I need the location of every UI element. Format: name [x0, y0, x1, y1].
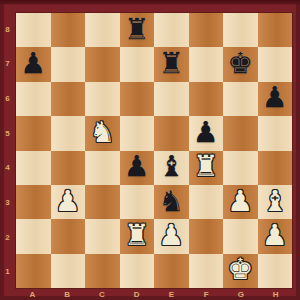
rank-label-7: 7 — [0, 47, 15, 82]
file-label-c: C — [85, 289, 120, 300]
square-a2[interactable] — [16, 219, 51, 253]
square-c5[interactable]: ♞ — [85, 116, 120, 150]
square-g8[interactable] — [223, 13, 258, 47]
board-frame: 87654321 ABCDEFGH ♜♟♜♚♟♞♟♟♝♜♟♞♟♝♜♟♟♚ — [0, 0, 300, 300]
piece-white-pawn-h2[interactable]: ♟ — [262, 221, 288, 250]
square-h3[interactable]: ♝ — [258, 185, 293, 219]
square-b8[interactable] — [51, 13, 86, 47]
file-label-e: E — [154, 289, 189, 300]
file-label-g: G — [224, 289, 259, 300]
square-g4[interactable] — [223, 151, 258, 185]
square-g2[interactable] — [223, 219, 258, 253]
square-g3[interactable]: ♟ — [223, 185, 258, 219]
square-a8[interactable] — [16, 13, 51, 47]
file-label-d: D — [119, 289, 154, 300]
piece-black-pawn-f5[interactable]: ♟ — [193, 118, 219, 147]
square-h5[interactable] — [258, 116, 293, 150]
square-d8[interactable]: ♜ — [120, 13, 155, 47]
square-b1[interactable] — [51, 254, 86, 288]
square-c1[interactable] — [85, 254, 120, 288]
square-b5[interactable] — [51, 116, 86, 150]
piece-black-king-g7[interactable]: ♚ — [227, 49, 253, 78]
chess-board: ♜♟♜♚♟♞♟♟♝♜♟♞♟♝♜♟♟♚ — [15, 12, 293, 289]
square-c3[interactable] — [85, 185, 120, 219]
rank-label-5: 5 — [0, 116, 15, 151]
piece-white-king-g1[interactable]: ♚ — [227, 255, 253, 284]
square-a3[interactable] — [16, 185, 51, 219]
square-e2[interactable]: ♟ — [154, 219, 189, 253]
square-f3[interactable] — [189, 185, 224, 219]
square-c4[interactable] — [85, 151, 120, 185]
rank-label-8: 8 — [0, 12, 15, 47]
square-h1[interactable] — [258, 254, 293, 288]
square-h8[interactable] — [258, 13, 293, 47]
square-g1[interactable]: ♚ — [223, 254, 258, 288]
piece-white-rook-d2[interactable]: ♜ — [124, 221, 150, 250]
square-a6[interactable] — [16, 82, 51, 116]
piece-black-pawn-h6[interactable]: ♟ — [262, 83, 288, 112]
square-d4[interactable]: ♟ — [120, 151, 155, 185]
square-f7[interactable] — [189, 47, 224, 81]
square-f5[interactable]: ♟ — [189, 116, 224, 150]
square-e3[interactable]: ♞ — [154, 185, 189, 219]
file-label-a: A — [15, 289, 50, 300]
square-b4[interactable] — [51, 151, 86, 185]
square-f4[interactable]: ♜ — [189, 151, 224, 185]
piece-white-pawn-b3[interactable]: ♟ — [55, 187, 81, 216]
square-d3[interactable] — [120, 185, 155, 219]
piece-white-rook-f4[interactable]: ♜ — [193, 152, 219, 181]
square-c2[interactable] — [85, 219, 120, 253]
rank-label-4: 4 — [0, 151, 15, 186]
square-b6[interactable] — [51, 82, 86, 116]
square-a5[interactable] — [16, 116, 51, 150]
square-g6[interactable] — [223, 82, 258, 116]
square-c7[interactable] — [85, 47, 120, 81]
rank-label-6: 6 — [0, 81, 15, 116]
file-labels: ABCDEFGH — [15, 289, 293, 300]
rank-label-2: 2 — [0, 220, 15, 255]
square-e6[interactable] — [154, 82, 189, 116]
square-b7[interactable] — [51, 47, 86, 81]
square-f2[interactable] — [189, 219, 224, 253]
square-e8[interactable] — [154, 13, 189, 47]
piece-white-knight-c5[interactable]: ♞ — [89, 118, 115, 147]
square-b3[interactable]: ♟ — [51, 185, 86, 219]
square-d2[interactable]: ♜ — [120, 219, 155, 253]
square-e7[interactable]: ♜ — [154, 47, 189, 81]
piece-black-rook-d8[interactable]: ♜ — [124, 15, 150, 44]
square-h7[interactable] — [258, 47, 293, 81]
piece-black-pawn-a7[interactable]: ♟ — [20, 49, 46, 78]
square-b2[interactable] — [51, 219, 86, 253]
square-e5[interactable] — [154, 116, 189, 150]
square-f6[interactable] — [189, 82, 224, 116]
rank-label-1: 1 — [0, 254, 15, 289]
piece-black-pawn-d4[interactable]: ♟ — [124, 152, 150, 181]
file-label-h: H — [258, 289, 293, 300]
square-f1[interactable] — [189, 254, 224, 288]
square-d5[interactable] — [120, 116, 155, 150]
square-e4[interactable]: ♝ — [154, 151, 189, 185]
piece-white-bishop-h3[interactable]: ♝ — [262, 187, 288, 216]
square-a7[interactable]: ♟ — [16, 47, 51, 81]
square-e1[interactable] — [154, 254, 189, 288]
piece-black-rook-e7[interactable]: ♜ — [158, 49, 184, 78]
piece-black-knight-e3[interactable]: ♞ — [158, 187, 184, 216]
square-h4[interactable] — [258, 151, 293, 185]
file-label-f: F — [189, 289, 224, 300]
square-h6[interactable]: ♟ — [258, 82, 293, 116]
square-a4[interactable] — [16, 151, 51, 185]
square-a1[interactable] — [16, 254, 51, 288]
square-g7[interactable]: ♚ — [223, 47, 258, 81]
piece-white-pawn-e2[interactable]: ♟ — [158, 221, 184, 250]
piece-black-bishop-e4[interactable]: ♝ — [158, 152, 184, 181]
file-label-b: B — [50, 289, 85, 300]
square-d7[interactable] — [120, 47, 155, 81]
square-c8[interactable] — [85, 13, 120, 47]
square-d1[interactable] — [120, 254, 155, 288]
square-d6[interactable] — [120, 82, 155, 116]
rank-labels: 87654321 — [0, 12, 15, 289]
square-h2[interactable]: ♟ — [258, 219, 293, 253]
rank-label-3: 3 — [0, 185, 15, 220]
square-c6[interactable] — [85, 82, 120, 116]
square-f8[interactable] — [189, 13, 224, 47]
piece-white-pawn-g3[interactable]: ♟ — [227, 187, 253, 216]
square-g5[interactable] — [223, 116, 258, 150]
